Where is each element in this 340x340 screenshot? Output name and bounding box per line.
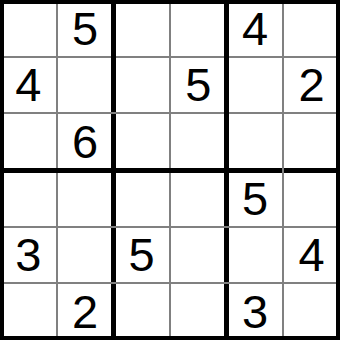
- cell-r2c2[interactable]: [57, 57, 114, 114]
- cell-r5c2[interactable]: [57, 227, 114, 284]
- cell-r6c5: 3: [227, 283, 284, 340]
- cell-r4c2[interactable]: [57, 170, 114, 227]
- cell-r1c1[interactable]: [0, 0, 57, 57]
- cell-r1c5: 4: [227, 0, 284, 57]
- cell-r2c5[interactable]: [227, 57, 284, 114]
- cell-r2c4: 5: [170, 57, 227, 114]
- cell-r5c3: 5: [113, 227, 170, 284]
- cell-r4c6[interactable]: [283, 170, 340, 227]
- cell-r2c1: 4: [0, 57, 57, 114]
- cell-r1c6[interactable]: [283, 0, 340, 57]
- cell-r1c3[interactable]: [113, 0, 170, 57]
- sudoku-board: 544526535423: [0, 0, 340, 340]
- cell-r1c4[interactable]: [170, 0, 227, 57]
- cell-r3c4[interactable]: [170, 113, 227, 170]
- cell-r6c2: 2: [57, 283, 114, 340]
- cell-r2c3[interactable]: [113, 57, 170, 114]
- cell-r5c5[interactable]: [227, 227, 284, 284]
- cell-r6c3[interactable]: [113, 283, 170, 340]
- cell-r3c3[interactable]: [113, 113, 170, 170]
- cell-r5c6: 4: [283, 227, 340, 284]
- cell-r2c6: 2: [283, 57, 340, 114]
- cell-r3c2: 6: [57, 113, 114, 170]
- cell-r5c4[interactable]: [170, 227, 227, 284]
- cell-r5c1: 3: [0, 227, 57, 284]
- cell-r3c1[interactable]: [0, 113, 57, 170]
- cell-r3c5[interactable]: [227, 113, 284, 170]
- sudoku-cells: 544526535423: [0, 0, 340, 340]
- cell-r4c1[interactable]: [0, 170, 57, 227]
- cell-r4c5: 5: [227, 170, 284, 227]
- cell-r4c4[interactable]: [170, 170, 227, 227]
- cell-r6c1[interactable]: [0, 283, 57, 340]
- cell-r6c4[interactable]: [170, 283, 227, 340]
- cell-r4c3[interactable]: [113, 170, 170, 227]
- cell-r6c6[interactable]: [283, 283, 340, 340]
- cell-r3c6[interactable]: [283, 113, 340, 170]
- cell-r1c2: 5: [57, 0, 114, 57]
